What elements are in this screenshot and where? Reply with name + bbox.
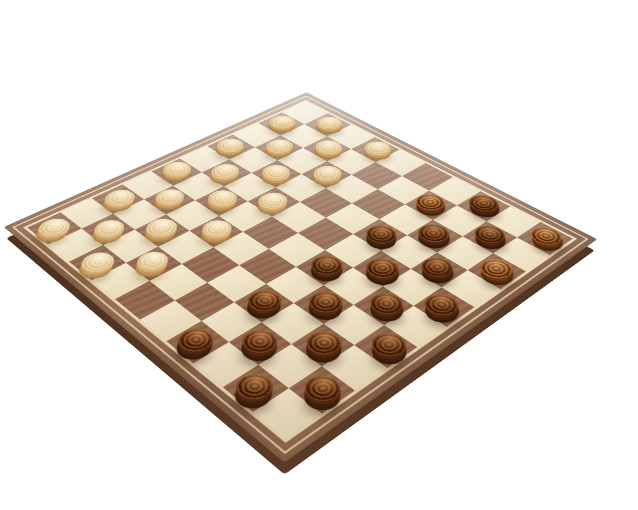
dark-man[interactable] bbox=[300, 327, 348, 359]
dark-square bbox=[115, 281, 174, 319]
light-square bbox=[493, 238, 549, 272]
light-square bbox=[92, 263, 150, 299]
dark-man[interactable] bbox=[236, 326, 284, 358]
light-square bbox=[322, 345, 387, 390]
dark-man[interactable] bbox=[242, 286, 287, 315]
dark-square bbox=[182, 248, 239, 283]
light-square bbox=[214, 232, 270, 265]
light-square bbox=[437, 236, 493, 270]
light-square bbox=[258, 344, 322, 389]
dark-square bbox=[175, 283, 235, 321]
dark-man[interactable] bbox=[474, 255, 518, 282]
light-man[interactable] bbox=[131, 248, 174, 274]
dark-square bbox=[223, 365, 289, 412]
dark-square bbox=[166, 321, 229, 363]
board-grid bbox=[23, 100, 577, 443]
dark-square bbox=[69, 245, 125, 280]
light-square bbox=[208, 265, 266, 302]
dark-square bbox=[354, 325, 417, 368]
dark-square bbox=[294, 285, 354, 324]
light-square bbox=[103, 230, 158, 263]
dark-man[interactable] bbox=[305, 252, 348, 279]
light-square bbox=[149, 264, 207, 301]
light-square bbox=[325, 234, 381, 268]
light-square bbox=[385, 306, 447, 347]
dark-square bbox=[229, 322, 292, 365]
light-square bbox=[266, 267, 324, 304]
dark-square bbox=[354, 286, 414, 325]
light-square bbox=[48, 229, 103, 262]
light-square bbox=[323, 305, 385, 346]
dark-square bbox=[289, 367, 355, 414]
dark-man[interactable] bbox=[361, 255, 405, 282]
dark-man[interactable] bbox=[172, 324, 219, 356]
dark-man[interactable] bbox=[525, 224, 567, 249]
dark-man[interactable] bbox=[230, 369, 280, 405]
dark-man[interactable] bbox=[303, 288, 348, 317]
light-square bbox=[158, 231, 213, 264]
light-man[interactable] bbox=[34, 216, 75, 240]
light-square bbox=[324, 268, 383, 305]
dark-square bbox=[296, 250, 353, 285]
light-square bbox=[194, 342, 258, 387]
light-square bbox=[383, 269, 442, 306]
dark-man[interactable] bbox=[416, 254, 460, 281]
dark-square bbox=[411, 252, 469, 287]
light-man[interactable] bbox=[77, 249, 120, 275]
dark-square bbox=[414, 288, 474, 327]
dark-square bbox=[291, 324, 354, 367]
light-square bbox=[253, 389, 321, 439]
dark-man[interactable] bbox=[297, 371, 347, 407]
dark-man[interactable] bbox=[364, 289, 410, 318]
dark-square bbox=[126, 246, 183, 281]
product-photo-canvas bbox=[0, 0, 638, 510]
dark-square bbox=[239, 249, 296, 284]
dark-square bbox=[234, 284, 294, 323]
dark-man[interactable] bbox=[365, 329, 413, 361]
dark-square bbox=[468, 254, 526, 290]
light-square bbox=[140, 301, 201, 341]
light-square bbox=[381, 235, 437, 269]
board-frame bbox=[4, 92, 598, 462]
light-square bbox=[262, 303, 323, 344]
light-square bbox=[442, 270, 501, 307]
dark-square bbox=[353, 251, 410, 286]
dark-man[interactable] bbox=[419, 290, 465, 319]
light-square bbox=[269, 233, 325, 267]
board-3d-tilt bbox=[4, 92, 598, 462]
light-square bbox=[201, 302, 262, 342]
